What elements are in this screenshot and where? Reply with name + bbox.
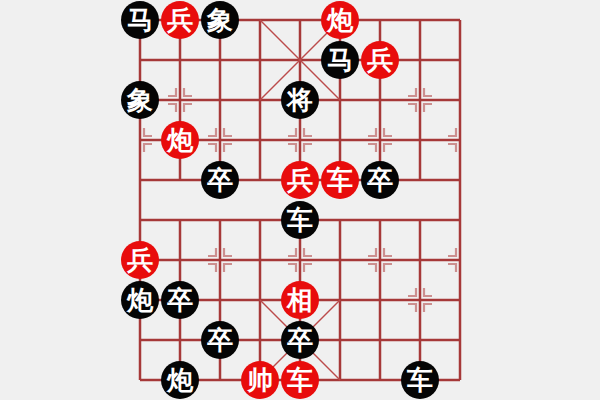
piece-red-soldier[interactable]: 兵	[361, 41, 399, 79]
piece-black-general[interactable]: 将	[281, 81, 319, 119]
piece-red-chariot[interactable]: 车	[321, 161, 359, 199]
xiangqi-board-stage: 马兵象炮马兵象将炮卒兵车卒车兵炮卒相卒卒炮帅车车	[0, 0, 600, 400]
piece-black-soldier[interactable]: 卒	[281, 321, 319, 359]
pieces-layer: 马兵象炮马兵象将炮卒兵车卒车兵炮卒相卒卒炮帅车车	[0, 0, 600, 400]
piece-black-cannon[interactable]: 炮	[161, 361, 199, 399]
piece-black-soldier[interactable]: 卒	[201, 161, 239, 199]
piece-black-chariot[interactable]: 车	[281, 201, 319, 239]
piece-red-general[interactable]: 帅	[241, 361, 279, 399]
piece-black-chariot[interactable]: 车	[401, 361, 439, 399]
piece-black-elephant[interactable]: 象	[121, 81, 159, 119]
piece-black-horse[interactable]: 马	[321, 41, 359, 79]
piece-red-soldier[interactable]: 兵	[281, 161, 319, 199]
piece-black-soldier[interactable]: 卒	[201, 321, 239, 359]
piece-red-soldier[interactable]: 兵	[161, 1, 199, 39]
piece-black-soldier[interactable]: 卒	[161, 281, 199, 319]
piece-red-elephant[interactable]: 相	[281, 281, 319, 319]
piece-red-cannon[interactable]: 炮	[161, 121, 199, 159]
piece-black-elephant[interactable]: 象	[201, 1, 239, 39]
piece-red-soldier[interactable]: 兵	[121, 241, 159, 279]
piece-black-soldier[interactable]: 卒	[361, 161, 399, 199]
piece-black-horse[interactable]: 马	[121, 1, 159, 39]
piece-black-cannon[interactable]: 炮	[121, 281, 159, 319]
piece-red-chariot[interactable]: 车	[281, 361, 319, 399]
piece-red-cannon[interactable]: 炮	[321, 1, 359, 39]
